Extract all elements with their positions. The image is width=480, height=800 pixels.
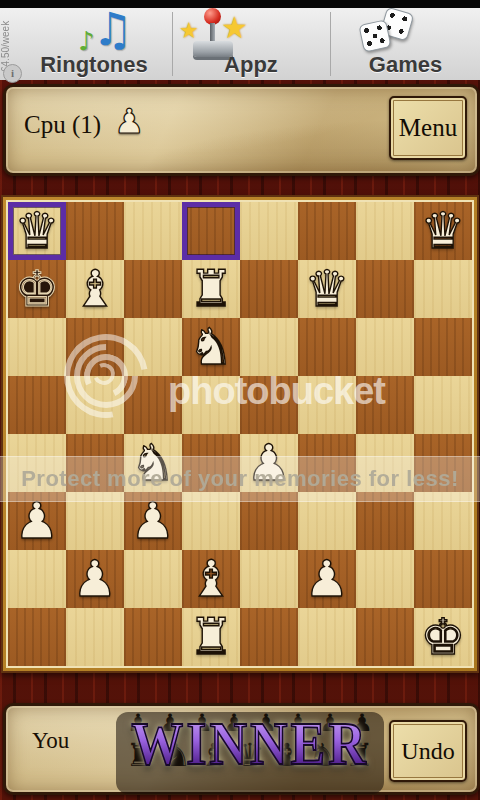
square-b3[interactable] — [66, 492, 124, 550]
undo-button[interactable]: Undo — [389, 720, 467, 782]
square-e2[interactable] — [240, 550, 298, 608]
square-a8[interactable]: ♛ — [8, 202, 66, 260]
square-g5[interactable] — [356, 376, 414, 434]
white-queen-piece: ♛ — [421, 203, 466, 259]
square-d7[interactable]: ♜ — [182, 260, 240, 318]
square-a2[interactable] — [8, 550, 66, 608]
square-c5[interactable] — [124, 376, 182, 434]
square-f7[interactable]: ♛ — [298, 260, 356, 318]
square-d5[interactable] — [182, 376, 240, 434]
square-h2[interactable] — [414, 550, 472, 608]
star-icon: ★ — [221, 10, 248, 45]
ad-item-label: Ringtones — [16, 52, 172, 78]
square-g7[interactable] — [356, 260, 414, 318]
square-d6[interactable]: ♞ — [182, 318, 240, 376]
square-c2[interactable] — [124, 550, 182, 608]
white-king-piece: ♚ — [421, 609, 466, 665]
square-d3[interactable] — [182, 492, 240, 550]
ad-banner: £4.50/week i ♫ ♪ Ringtones ★ ★ Appz — [0, 8, 480, 80]
player-panel: You ♟♟♟♟♟♟♟♟ ♜♞♝♛♝♞♜ WINNER Undo — [3, 703, 480, 795]
square-e6[interactable] — [240, 318, 298, 376]
square-h3[interactable] — [414, 492, 472, 550]
white-bishop-piece: ♝ — [189, 551, 234, 607]
square-e1[interactable] — [240, 608, 298, 666]
white-knight-piece: ♞ — [189, 319, 234, 375]
square-e7[interactable] — [240, 260, 298, 318]
square-h1[interactable]: ♚ — [414, 608, 472, 666]
white-pawn-piece: ♟ — [247, 435, 292, 491]
white-pawn-piece: ♟ — [15, 493, 60, 549]
square-e4[interactable]: ♟ — [240, 434, 298, 492]
square-d4[interactable] — [182, 434, 240, 492]
square-f6[interactable] — [298, 318, 356, 376]
ad-item-label: Games — [331, 52, 480, 78]
square-f5[interactable] — [298, 376, 356, 434]
white-queen-piece: ♛ — [15, 203, 60, 259]
square-f2[interactable]: ♟ — [298, 550, 356, 608]
winner-banner: WINNER — [110, 709, 390, 779]
white-pawn-piece: ♟ — [73, 551, 118, 607]
white-pawn-piece: ♟ — [131, 493, 176, 549]
white-pawn-piece: ♟ — [305, 551, 350, 607]
square-c4[interactable]: ♞ — [124, 434, 182, 492]
square-a3[interactable]: ♟ — [8, 492, 66, 550]
white-bishop-piece: ♝ — [73, 261, 118, 317]
square-d1[interactable]: ♜ — [182, 608, 240, 666]
square-a6[interactable] — [8, 318, 66, 376]
square-e8[interactable] — [240, 202, 298, 260]
square-c6[interactable] — [124, 318, 182, 376]
square-b5[interactable] — [66, 376, 124, 434]
square-b8[interactable] — [66, 202, 124, 260]
square-b2[interactable]: ♟ — [66, 550, 124, 608]
square-b4[interactable] — [66, 434, 124, 492]
square-c3[interactable]: ♟ — [124, 492, 182, 550]
ad-item-appz[interactable]: ★ ★ Appz — [173, 8, 329, 80]
black-king-piece: ♚ — [15, 261, 60, 317]
square-b1[interactable] — [66, 608, 124, 666]
square-f1[interactable] — [298, 608, 356, 666]
square-c1[interactable] — [124, 608, 182, 666]
square-h7[interactable] — [414, 260, 472, 318]
square-f8[interactable] — [298, 202, 356, 260]
square-d8[interactable] — [182, 202, 240, 260]
square-h6[interactable] — [414, 318, 472, 376]
square-a1[interactable] — [8, 608, 66, 666]
square-f3[interactable] — [298, 492, 356, 550]
white-rook-piece: ♜ — [189, 261, 234, 317]
square-g2[interactable] — [356, 550, 414, 608]
app-screen: £4.50/week i ♫ ♪ Ringtones ★ ★ Appz — [0, 0, 480, 800]
square-h5[interactable] — [414, 376, 472, 434]
square-b7[interactable]: ♝ — [66, 260, 124, 318]
square-h8[interactable]: ♛ — [414, 202, 472, 260]
star-icon: ★ — [179, 18, 199, 43]
square-d2[interactable]: ♝ — [182, 550, 240, 608]
white-rook-piece: ♜ — [189, 609, 234, 665]
square-c8[interactable] — [124, 202, 182, 260]
square-g6[interactable] — [356, 318, 414, 376]
square-a7[interactable]: ♚ — [8, 260, 66, 318]
ad-item-ringtones[interactable]: ♫ ♪ Ringtones — [16, 8, 172, 80]
square-g1[interactable] — [356, 608, 414, 666]
opponent-name: Cpu (1) — [24, 111, 101, 139]
white-knight-piece: ♞ — [131, 435, 176, 491]
chess-board-frame: ♛♛♚♝♜♛♞♞♟♟♟♟♝♟♜♚ — [1, 195, 479, 673]
square-f4[interactable] — [298, 434, 356, 492]
square-g8[interactable] — [356, 202, 414, 260]
square-a5[interactable] — [8, 376, 66, 434]
square-e3[interactable] — [240, 492, 298, 550]
square-c7[interactable] — [124, 260, 182, 318]
square-h4[interactable] — [414, 434, 472, 492]
white-queen-piece: ♛ — [305, 261, 350, 317]
white-pawn-icon: ♟ — [114, 101, 144, 141]
menu-button[interactable]: Menu — [389, 96, 467, 160]
chess-board: ♛♛♚♝♜♛♞♞♟♟♟♟♝♟♜♚ — [6, 200, 474, 668]
player-name: You — [32, 728, 69, 754]
square-g4[interactable] — [356, 434, 414, 492]
status-bar-strip — [0, 0, 480, 8]
square-g3[interactable] — [356, 492, 414, 550]
ad-item-games[interactable]: Games — [331, 8, 480, 80]
ad-item-label: Appz — [173, 52, 329, 78]
square-e5[interactable] — [240, 376, 298, 434]
opponent-panel: Cpu (1) ♟ Menu — [3, 84, 480, 176]
square-b6[interactable] — [66, 318, 124, 376]
square-a4[interactable] — [8, 434, 66, 492]
